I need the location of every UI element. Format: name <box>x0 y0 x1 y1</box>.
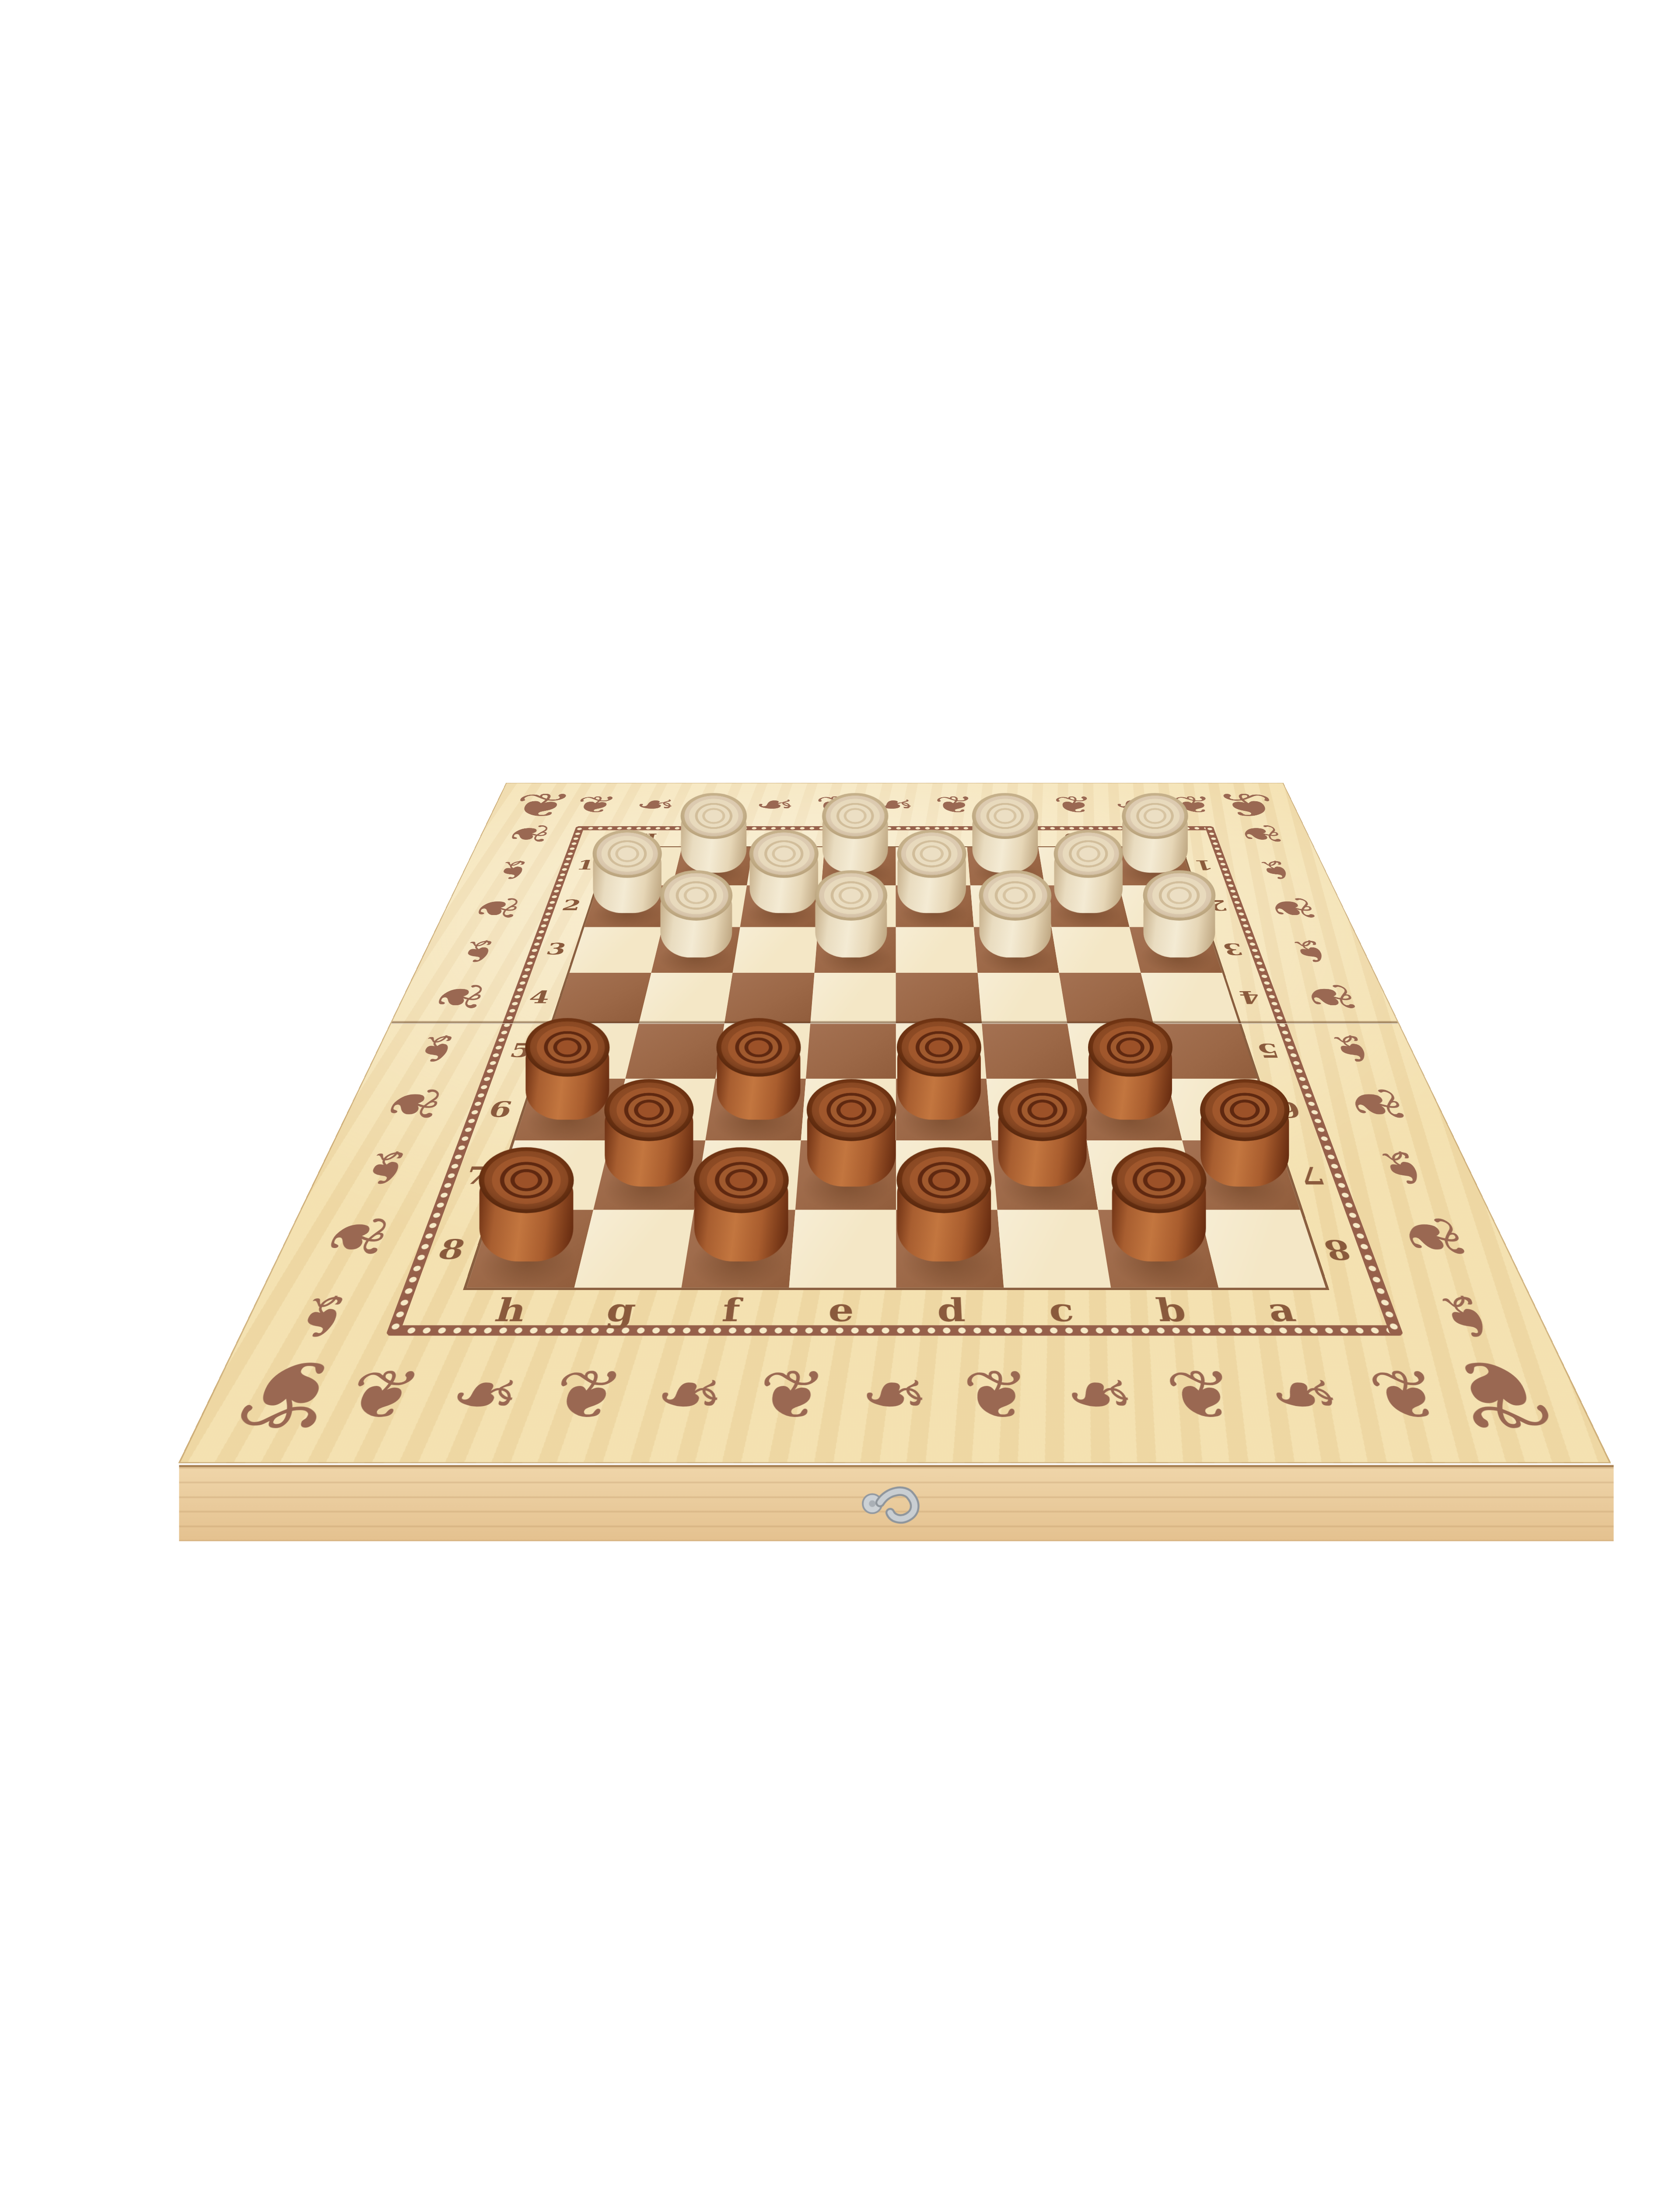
piece-light-a1[interactable] <box>1121 793 1189 873</box>
floral-ornament-icon: ❦ <box>373 1087 453 1123</box>
floral-ornament-icon: ❧ <box>483 859 544 881</box>
file-label-bottom-b: b <box>1113 1290 1231 1331</box>
square-f2[interactable] <box>740 885 822 927</box>
floral-ornament-icon: ❧ <box>399 1032 475 1065</box>
floral-ornament-icon: ❦ <box>934 793 976 817</box>
square-b6[interactable] <box>1076 1079 1182 1140</box>
piece-top-rings <box>1111 1147 1206 1213</box>
square-f4[interactable] <box>724 973 814 1023</box>
piece-top-rings <box>525 1018 609 1077</box>
square-f6[interactable] <box>705 1079 805 1140</box>
square-b2[interactable] <box>1045 885 1130 927</box>
floral-ornament-icon: ❦ <box>1232 824 1290 845</box>
floral-ornament-icon: ❦ <box>755 1362 828 1430</box>
piece-top-rings <box>1143 870 1216 921</box>
square-g7[interactable] <box>593 1140 706 1210</box>
checkers-board[interactable] <box>463 846 1329 1290</box>
square-h3[interactable] <box>570 927 662 972</box>
file-label-bottom-e: e <box>784 1290 896 1331</box>
floral-ornament-icon: ❧ <box>1315 1032 1390 1065</box>
square-g3[interactable] <box>651 927 740 972</box>
piece-dark-b6[interactable] <box>1087 1018 1173 1120</box>
square-f8[interactable] <box>682 1210 795 1287</box>
perspective-scene: ❦❧❦❧❦❧❦❧❦❧❦ ❦❧❦❧❦❧❦❧❦❧❦ ❦❧❦❧❦❧❦❧❦❧ ❦❧❦❧❦… <box>391 518 1399 1526</box>
square-c4[interactable] <box>977 973 1067 1023</box>
piece-top-rings <box>694 1147 789 1213</box>
file-label-bottom-f: f <box>673 1290 788 1331</box>
piece-dark-h8[interactable] <box>478 1147 574 1262</box>
square-e4[interactable] <box>810 973 896 1023</box>
square-b3[interactable] <box>1051 927 1141 972</box>
piece-dark-d8[interactable] <box>896 1147 992 1262</box>
piece-top-rings <box>1122 793 1188 839</box>
piece-top-rings <box>897 1018 981 1077</box>
floral-ornament-icon: ❦ <box>545 1362 628 1430</box>
ornament-corner-icon: ❦ <box>1213 789 1283 822</box>
piece-top-rings <box>716 1018 801 1077</box>
file-label-bottom-h: h <box>449 1290 571 1331</box>
piece-dark-c7[interactable] <box>997 1079 1088 1187</box>
piece-dark-f6[interactable] <box>715 1018 801 1120</box>
floral-ornament-icon: ❧ <box>632 793 679 817</box>
square-e3[interactable] <box>814 927 896 972</box>
floral-ornament-icon: ❦ <box>310 1215 402 1260</box>
ornament-corner-icon: ❦ <box>1432 1347 1569 1443</box>
piece-light-a3[interactable] <box>1142 870 1216 957</box>
square-d2[interactable] <box>896 885 973 927</box>
piece-dark-g7[interactable] <box>603 1079 694 1187</box>
square-d8[interactable] <box>896 1210 1004 1287</box>
piece-light-c3[interactable] <box>978 870 1052 957</box>
hook-clasp-icon <box>854 1475 938 1531</box>
square-d3[interactable] <box>896 927 977 972</box>
piece-top-rings <box>815 870 888 921</box>
piece-dark-a7[interactable] <box>1199 1079 1290 1187</box>
floral-ornament-icon: ❦ <box>465 897 528 921</box>
ornament-corner-icon: ❦ <box>506 789 576 822</box>
floral-ornament-icon: ❧ <box>1061 1362 1139 1430</box>
floral-ornament-icon: ❧ <box>445 938 512 964</box>
square-a4[interactable] <box>1141 973 1239 1023</box>
square-c7[interactable] <box>991 1140 1098 1210</box>
square-e8[interactable] <box>789 1210 896 1287</box>
piece-dark-d6[interactable] <box>896 1018 982 1120</box>
floral-ornament-icon: ❦ <box>571 793 619 817</box>
square-b8[interactable] <box>1098 1210 1218 1287</box>
file-label-bottom-a: a <box>1221 1290 1343 1331</box>
square-d4[interactable] <box>896 973 982 1023</box>
square-e7[interactable] <box>795 1140 896 1210</box>
floral-ornament-icon: ❦ <box>1295 983 1366 1012</box>
floral-ornament-icon: ❦ <box>500 824 557 845</box>
file-label-bottom-g: g <box>561 1290 680 1331</box>
box-front-edge <box>179 1465 1613 1541</box>
piece-top-rings <box>660 870 733 921</box>
game-box-top-face: ❦❧❦❧❦❧❦❧❦❧❦ ❦❧❦❧❦❧❦❧❦❧❦ ❦❧❦❧❦❧❦❧❦❧ ❦❧❦❧❦… <box>178 783 1611 1463</box>
piece-light-g3[interactable] <box>659 870 733 957</box>
square-c5[interactable] <box>982 1023 1077 1079</box>
floral-ornament-icon: ❧ <box>343 1148 429 1188</box>
square-a3[interactable] <box>1129 927 1222 972</box>
floral-ornament-icon: ❧ <box>1261 1362 1349 1430</box>
piece-dark-e7[interactable] <box>806 1079 897 1187</box>
square-a8[interactable] <box>1199 1210 1326 1287</box>
floral-ornament-icon: ❧ <box>1418 1291 1516 1342</box>
floral-ornament-icon: ❧ <box>441 1362 528 1430</box>
square-f3[interactable] <box>733 927 818 972</box>
piece-light-b2[interactable] <box>1053 830 1123 913</box>
product-photo: ❦❧❦❧❦❧❦❧❦❧❦ ❦❧❦❧❦❧❦❧❦❧❦ ❦❧❦❧❦❧❦❧❦❧ ❦❧❦❧❦… <box>90 102 1602 2119</box>
floral-ornament-icon: ❦ <box>1261 897 1325 921</box>
piece-top-rings <box>896 1147 991 1213</box>
piece-dark-b8[interactable] <box>1110 1147 1207 1262</box>
floral-ornament-icon: ❧ <box>273 1291 371 1342</box>
square-b4[interactable] <box>1059 973 1153 1023</box>
square-h4[interactable] <box>553 973 651 1023</box>
floral-ornament-icon: ❧ <box>650 1362 728 1430</box>
floral-ornament-icon: ❧ <box>753 793 796 817</box>
floral-ornament-icon: ❦ <box>1052 793 1096 817</box>
piece-top-rings <box>998 1079 1087 1141</box>
file-labels-bottom: hgfedcba <box>449 1290 1343 1331</box>
floral-ornament-icon: ❧ <box>860 1362 929 1430</box>
file-label-bottom-d: d <box>896 1290 1008 1331</box>
ornament-band-bottom: ❦❧❦❧❦❧❦❧❦❧❦ <box>331 1352 1458 1441</box>
square-d6[interactable] <box>896 1079 991 1140</box>
square-h8[interactable] <box>467 1210 593 1287</box>
square-c8[interactable] <box>997 1210 1111 1287</box>
floral-ornament-icon: ❦ <box>1337 1087 1417 1123</box>
square-g8[interactable] <box>574 1210 694 1287</box>
floral-ornament-icon: ❧ <box>1246 859 1307 881</box>
piece-top-rings <box>479 1147 574 1213</box>
piece-top-rings <box>605 1079 694 1141</box>
piece-dark-h6[interactable] <box>524 1018 610 1120</box>
square-g5[interactable] <box>625 1023 724 1079</box>
piece-top-rings <box>1200 1079 1289 1141</box>
ornament-corner-icon: ❦ <box>220 1347 357 1443</box>
floral-ornament-icon: ❦ <box>1361 1362 1453 1430</box>
piece-light-e3[interactable] <box>814 870 888 957</box>
floral-ornament-icon: ❦ <box>1388 1215 1479 1260</box>
square-g4[interactable] <box>639 973 733 1023</box>
piece-top-rings <box>807 1079 896 1141</box>
square-e5[interactable] <box>806 1023 896 1079</box>
piece-dark-f8[interactable] <box>693 1147 789 1262</box>
floral-ornament-icon: ❦ <box>423 983 494 1012</box>
floral-ornament-icon: ❦ <box>1161 1362 1244 1430</box>
square-c3[interactable] <box>973 927 1059 972</box>
piece-top-rings <box>979 870 1052 921</box>
floral-ornament-icon: ❧ <box>1361 1148 1446 1188</box>
floral-ornament-icon: ❦ <box>336 1362 428 1430</box>
floral-ornament-icon: ❧ <box>1277 938 1344 964</box>
piece-top-rings <box>1088 1018 1172 1077</box>
floral-ornament-icon: ❦ <box>962 1362 1035 1430</box>
file-label-bottom-c: c <box>1004 1290 1120 1331</box>
